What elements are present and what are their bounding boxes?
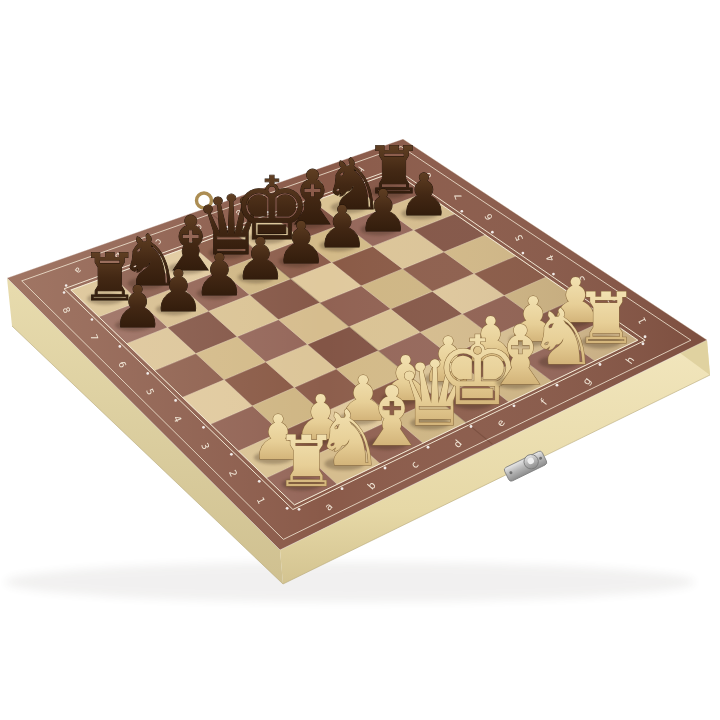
piece-black-pawn-h7[interactable]: ♟ [398,161,450,229]
chessboard: 8877665544332211aabbccddeeffgghh♜♞♝♛♚♝♞♜… [0,0,720,720]
border-dot [491,231,494,234]
border-dot [65,284,68,287]
border-dot [461,210,464,213]
border-dot [286,507,289,510]
border-dot [174,399,177,402]
ground-shadow [5,562,695,602]
border-dot [202,426,205,429]
border-dot [230,453,233,456]
border-dot [599,363,602,366]
border-dot [642,342,645,345]
border-dot [63,291,66,294]
piece-white-rook-h1[interactable]: ♜ [574,277,638,360]
border-dot [146,372,149,375]
border-dot [341,487,344,490]
border-dot [522,252,525,255]
border-dot [119,345,122,348]
product-photo-canvas: 8877665544332211aabbccddeeffgghh♜♞♝♛♚♝♞♜… [0,0,720,720]
border-dot [258,480,261,483]
border-dot [644,335,647,338]
border-dot [298,508,301,511]
border-dot [384,467,387,470]
border-dot [91,318,94,321]
